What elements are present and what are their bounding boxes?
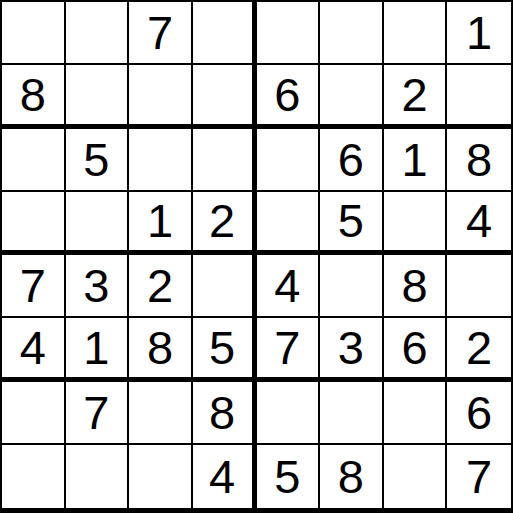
- cell-r1c2[interactable]: [66, 2, 130, 65]
- given-digit: 8: [338, 453, 364, 500]
- cell-r3c3[interactable]: [129, 129, 193, 192]
- cell-r8c1[interactable]: [2, 445, 66, 508]
- cell-r6c8[interactable]: 2: [447, 318, 511, 381]
- given-digit: 3: [83, 262, 109, 309]
- cell-r6c2[interactable]: 1: [66, 318, 130, 381]
- cell-r7c4[interactable]: 8: [193, 382, 257, 445]
- cell-r5c4[interactable]: [193, 255, 257, 318]
- cell-r4c5[interactable]: [257, 192, 321, 255]
- cell-r4c8[interactable]: 4: [447, 192, 511, 255]
- cell-r4c1[interactable]: [2, 192, 66, 255]
- cell-r7c3[interactable]: [129, 382, 193, 445]
- cell-r5c6[interactable]: [320, 255, 384, 318]
- given-digit: 5: [209, 324, 235, 371]
- cell-r3c4[interactable]: [193, 129, 257, 192]
- cell-r3c6[interactable]: 6: [320, 129, 384, 192]
- given-digit: 6: [274, 71, 300, 118]
- cell-r1c8[interactable]: 1: [447, 2, 511, 65]
- cell-r3c2[interactable]: 5: [66, 129, 130, 192]
- given-digit: 5: [338, 197, 364, 244]
- cell-r3c5[interactable]: [257, 129, 321, 192]
- cell-r8c4[interactable]: 4: [193, 445, 257, 508]
- given-digit: 8: [20, 71, 46, 118]
- given-digit: 5: [83, 136, 109, 183]
- given-digit: 2: [401, 71, 427, 118]
- cell-r4c2[interactable]: [66, 192, 130, 255]
- cell-r5c7[interactable]: 8: [384, 255, 448, 318]
- cell-r8c2[interactable]: [66, 445, 130, 508]
- cell-r2c4[interactable]: [193, 65, 257, 128]
- cell-r1c5[interactable]: [257, 2, 321, 65]
- cell-r7c5[interactable]: [257, 382, 321, 445]
- given-digit: 8: [401, 262, 427, 309]
- cell-r7c2[interactable]: 7: [66, 382, 130, 445]
- given-digit: 8: [209, 389, 235, 436]
- cell-r5c8[interactable]: [447, 255, 511, 318]
- cell-r7c6[interactable]: [320, 382, 384, 445]
- given-digit: 1: [401, 136, 427, 183]
- given-digit: 4: [209, 453, 235, 500]
- given-digit: 6: [401, 324, 427, 371]
- given-digit: 3: [338, 324, 364, 371]
- given-digit: 4: [20, 324, 46, 371]
- cell-r6c6[interactable]: 3: [320, 318, 384, 381]
- cell-r1c4[interactable]: [193, 2, 257, 65]
- cell-r6c3[interactable]: 8: [129, 318, 193, 381]
- cell-r8c7[interactable]: [384, 445, 448, 508]
- cell-r3c7[interactable]: 1: [384, 129, 448, 192]
- given-digit: 7: [466, 453, 492, 500]
- cell-r6c7[interactable]: 6: [384, 318, 448, 381]
- sudoku-board: 718625618125473248418573627864587: [0, 0, 513, 513]
- cell-r4c3[interactable]: 1: [129, 192, 193, 255]
- cell-r2c1[interactable]: 8: [2, 65, 66, 128]
- cell-r1c6[interactable]: [320, 2, 384, 65]
- given-digit: 5: [274, 453, 300, 500]
- cell-r1c3[interactable]: 7: [129, 2, 193, 65]
- cell-r7c1[interactable]: [2, 382, 66, 445]
- given-digit: 4: [274, 262, 300, 309]
- cell-r4c4[interactable]: 2: [193, 192, 257, 255]
- cell-r2c2[interactable]: [66, 65, 130, 128]
- cell-r6c1[interactable]: 4: [2, 318, 66, 381]
- given-digit: 6: [466, 389, 492, 436]
- cell-r2c8[interactable]: [447, 65, 511, 128]
- cell-r2c5[interactable]: 6: [257, 65, 321, 128]
- given-digit: 7: [83, 389, 109, 436]
- cell-r1c1[interactable]: [2, 2, 66, 65]
- cell-r8c6[interactable]: 8: [320, 445, 384, 508]
- given-digit: 2: [209, 197, 235, 244]
- cell-r8c5[interactable]: 5: [257, 445, 321, 508]
- given-digit: 2: [466, 324, 492, 371]
- cell-r4c6[interactable]: 5: [320, 192, 384, 255]
- cell-r6c4[interactable]: 5: [193, 318, 257, 381]
- cell-r2c7[interactable]: 2: [384, 65, 448, 128]
- cell-r4c7[interactable]: [384, 192, 448, 255]
- given-digit: 7: [274, 324, 300, 371]
- given-digit: 6: [338, 136, 364, 183]
- cell-r3c8[interactable]: 8: [447, 129, 511, 192]
- given-digit: 2: [147, 262, 173, 309]
- cell-r3c1[interactable]: [2, 129, 66, 192]
- given-digit: 7: [20, 262, 46, 309]
- given-digit: 8: [466, 136, 492, 183]
- given-digit: 8: [147, 324, 173, 371]
- given-digit: 1: [466, 9, 492, 56]
- cell-r5c2[interactable]: 3: [66, 255, 130, 318]
- cell-r2c6[interactable]: [320, 65, 384, 128]
- given-digit: 7: [147, 9, 173, 56]
- cell-r5c1[interactable]: 7: [2, 255, 66, 318]
- given-digit: 1: [147, 197, 173, 244]
- cell-r1c7[interactable]: [384, 2, 448, 65]
- cell-r5c5[interactable]: 4: [257, 255, 321, 318]
- cell-r8c3[interactable]: [129, 445, 193, 508]
- cell-r8c8[interactable]: 7: [447, 445, 511, 508]
- given-digit: 1: [83, 324, 109, 371]
- cell-r5c3[interactable]: 2: [129, 255, 193, 318]
- cell-r7c7[interactable]: [384, 382, 448, 445]
- cell-r7c8[interactable]: 6: [447, 382, 511, 445]
- cell-r6c5[interactable]: 7: [257, 318, 321, 381]
- cell-r2c3[interactable]: [129, 65, 193, 128]
- given-digit: 4: [466, 197, 492, 244]
